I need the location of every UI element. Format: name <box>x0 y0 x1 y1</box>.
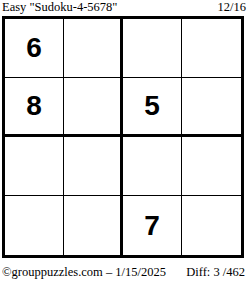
sudoku-board: 6 8 5 7 <box>2 16 244 258</box>
cell-r4c3[interactable]: 7 <box>123 196 182 255</box>
cell-r2c2[interactable] <box>64 78 123 137</box>
page-header: Easy "Sudoku-4-5678" 12/16 <box>0 0 248 15</box>
copyright-text: ©grouppuzzles.com – 1/15/2025 <box>2 266 166 279</box>
page-number: 12/16 <box>218 1 246 14</box>
cell-r3c3[interactable] <box>123 137 182 196</box>
puzzle-title: Easy "Sudoku-4-5678" <box>2 1 117 14</box>
cell-r2c1[interactable]: 8 <box>5 78 64 137</box>
difficulty-text: Diff: 3 /462 <box>186 266 245 279</box>
cell-r3c2[interactable] <box>64 137 123 196</box>
cell-r4c4[interactable] <box>182 196 241 255</box>
cell-r2c4[interactable] <box>182 78 241 137</box>
cell-r1c1[interactable]: 6 <box>5 19 64 78</box>
cell-r2c3[interactable]: 5 <box>123 78 182 137</box>
cell-r3c4[interactable] <box>182 137 241 196</box>
cell-r1c3[interactable] <box>123 19 182 78</box>
cell-r1c2[interactable] <box>64 19 123 78</box>
page-footer: ©grouppuzzles.com – 1/15/2025 Diff: 3 /4… <box>0 266 248 279</box>
cell-r4c2[interactable] <box>64 196 123 255</box>
cell-r1c4[interactable] <box>182 19 241 78</box>
cell-r4c1[interactable] <box>5 196 64 255</box>
cell-r3c1[interactable] <box>5 137 64 196</box>
